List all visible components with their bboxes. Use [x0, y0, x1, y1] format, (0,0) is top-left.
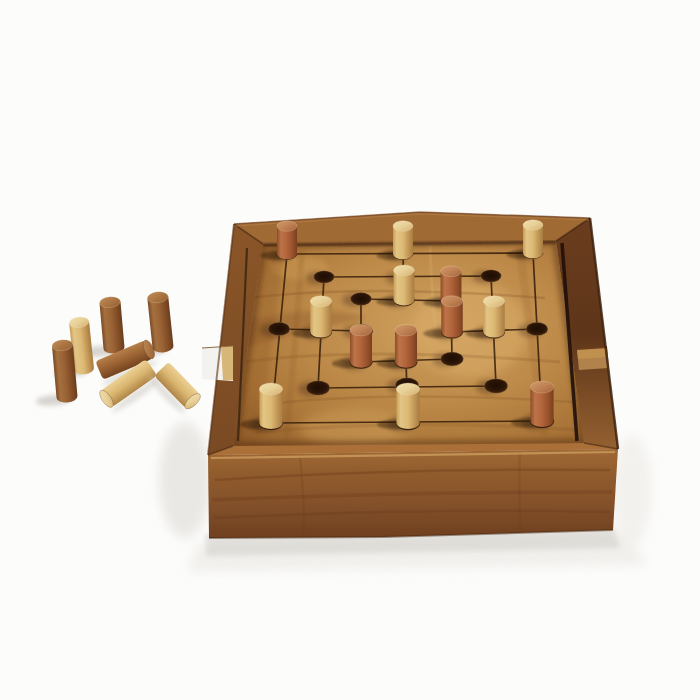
- grid-point-b4[interactable]: [300, 316, 342, 346]
- grid-point-a7[interactable]: [258, 240, 300, 266]
- grid-point-d5[interactable]: [384, 289, 426, 316]
- grid-point-d1[interactable]: [384, 410, 426, 447]
- grid-blank-c1: [342, 410, 384, 447]
- grid-blank-a6: [258, 266, 300, 289]
- grid-point-c5[interactable]: [342, 289, 384, 316]
- grid-blank-g5: [510, 289, 552, 316]
- grid-blank-f5: [468, 289, 510, 316]
- grid-point-e3[interactable]: [426, 346, 468, 376]
- grid-blank-b1: [300, 410, 342, 447]
- grid-blank-g3: [510, 346, 552, 376]
- grid-blank-a2: [258, 376, 300, 410]
- grid-blank-b5: [300, 289, 342, 316]
- grid-point-b6[interactable]: [300, 266, 342, 289]
- grid-blank-f3: [468, 346, 510, 376]
- grid-blank-e7: [426, 240, 468, 266]
- grid-blank-a5: [258, 289, 300, 316]
- grid-blank-b3: [300, 346, 342, 376]
- grid-blank-g6: [510, 266, 552, 289]
- grid-blank-e6: [426, 266, 468, 289]
- grid-blank-g2: [510, 376, 552, 410]
- grid-blank-f7: [468, 240, 510, 266]
- grid-point-f6[interactable]: [468, 266, 510, 289]
- grid-blank-c7: [342, 240, 384, 266]
- grid-point-d2[interactable]: [384, 376, 426, 410]
- grid-blank-d4: [384, 316, 426, 346]
- grid-blank-e1: [426, 410, 468, 447]
- grid-point-c3[interactable]: [342, 346, 384, 376]
- grid-point-e5[interactable]: [426, 289, 468, 316]
- grid-point-g1[interactable]: [510, 410, 552, 447]
- grid-point-f2[interactable]: [468, 376, 510, 410]
- grid-point-f4[interactable]: [468, 316, 510, 346]
- grid-blank-c2: [342, 376, 384, 410]
- grid-point-d6[interactable]: [384, 266, 426, 289]
- grid-point-a1[interactable]: [258, 410, 300, 447]
- grid-point-g4[interactable]: [510, 316, 552, 346]
- grid-blank-b7: [300, 240, 342, 266]
- grid-blank-a3: [258, 346, 300, 376]
- grid-point-a4[interactable]: [258, 316, 300, 346]
- grid-point-g7[interactable]: [510, 240, 552, 266]
- grid-blank-e2: [426, 376, 468, 410]
- grid-point-d7[interactable]: [384, 240, 426, 266]
- product-photo-scene: [0, 0, 700, 700]
- grid-blank-c6: [342, 266, 384, 289]
- grid-point-e4[interactable]: [426, 316, 468, 346]
- grid-point-b2[interactable]: [300, 376, 342, 410]
- morris-board-grid: [258, 240, 552, 447]
- grid-blank-f1: [468, 410, 510, 447]
- grid-point-d3[interactable]: [384, 346, 426, 376]
- right-grip-notch: [577, 347, 609, 370]
- grid-point-c4[interactable]: [342, 316, 384, 346]
